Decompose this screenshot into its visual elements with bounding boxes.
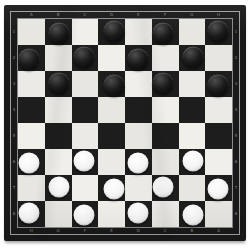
board-square[interactable] — [98, 97, 125, 123]
checker-piece-black[interactable] — [153, 73, 174, 94]
board-square[interactable] — [72, 149, 99, 175]
checker-piece-white[interactable] — [207, 179, 228, 200]
board-square[interactable] — [179, 123, 206, 149]
checker-piece-black[interactable] — [207, 75, 228, 96]
board-square[interactable] — [45, 175, 72, 201]
board-square[interactable] — [205, 71, 232, 97]
board-square[interactable] — [45, 201, 72, 227]
rank-label: 6 — [233, 149, 240, 175]
checker-piece-black[interactable] — [19, 49, 40, 70]
rank-label: 1 — [233, 19, 240, 45]
board-square[interactable] — [98, 201, 125, 227]
board-square[interactable] — [179, 149, 206, 175]
checker-piece-black[interactable] — [49, 23, 70, 44]
file-label: E — [98, 228, 125, 235]
board-square[interactable] — [72, 123, 99, 149]
rank-label: 5 — [11, 123, 18, 149]
checker-piece-white[interactable] — [73, 205, 94, 226]
board-square[interactable] — [98, 71, 125, 97]
rank-label: 2 — [233, 45, 240, 71]
checker-piece-white[interactable] — [73, 151, 94, 172]
file-label: F — [152, 12, 179, 19]
board-square[interactable] — [152, 97, 179, 123]
board-square[interactable] — [179, 175, 206, 201]
board-square[interactable] — [98, 45, 125, 71]
board-square[interactable] — [179, 97, 206, 123]
board-square[interactable] — [152, 19, 179, 45]
checkers-board — [18, 19, 232, 227]
file-labels-top: ABCDEFGH — [18, 12, 232, 19]
board-square[interactable] — [205, 123, 232, 149]
board-square[interactable] — [18, 97, 45, 123]
file-label: G — [179, 12, 206, 19]
board-square[interactable] — [125, 149, 152, 175]
board-square[interactable] — [18, 175, 45, 201]
checker-piece-white[interactable] — [128, 203, 149, 224]
board-square[interactable] — [125, 123, 152, 149]
board-square[interactable] — [205, 45, 232, 71]
rank-label: 1 — [11, 19, 18, 45]
checker-piece-black[interactable] — [207, 21, 228, 42]
board-square[interactable] — [98, 19, 125, 45]
board-square[interactable] — [45, 149, 72, 175]
file-label: G — [45, 228, 72, 235]
board-square[interactable] — [18, 71, 45, 97]
rank-label: 8 — [11, 201, 18, 227]
rank-label: 7 — [11, 175, 18, 201]
file-label: D — [98, 12, 125, 19]
checker-piece-white[interactable] — [103, 179, 124, 200]
board-square[interactable] — [72, 71, 99, 97]
board-square[interactable] — [98, 123, 125, 149]
file-label: B — [45, 12, 72, 19]
board-square[interactable] — [98, 175, 125, 201]
file-label: H — [18, 228, 45, 235]
board-square[interactable] — [72, 97, 99, 123]
file-label: F — [72, 228, 99, 235]
checker-piece-white[interactable] — [182, 151, 203, 172]
board-square[interactable] — [205, 175, 232, 201]
board-square[interactable] — [18, 201, 45, 227]
rank-label: 3 — [233, 71, 240, 97]
board-square[interactable] — [152, 123, 179, 149]
board-square[interactable] — [205, 97, 232, 123]
board-square[interactable] — [179, 45, 206, 71]
checker-piece-black[interactable] — [153, 23, 174, 44]
checker-piece-black[interactable] — [73, 47, 94, 68]
file-label: C — [152, 228, 179, 235]
rank-labels-left: 12345678 — [11, 19, 18, 227]
checker-piece-black[interactable] — [182, 47, 203, 68]
board-square[interactable] — [18, 123, 45, 149]
board-square[interactable] — [45, 45, 72, 71]
board-square[interactable] — [18, 19, 45, 45]
board-square[interactable] — [152, 45, 179, 71]
checker-piece-black[interactable] — [128, 49, 149, 70]
checkers-mat: ABCDEFGH HGFEDCBA 12345678 12345678 — [4, 5, 246, 241]
board-square[interactable] — [125, 19, 152, 45]
rank-label: 6 — [11, 149, 18, 175]
board-square[interactable] — [125, 97, 152, 123]
checker-piece-black[interactable] — [103, 75, 124, 96]
board-square[interactable] — [152, 71, 179, 97]
rank-label: 4 — [233, 97, 240, 123]
photo-background: ABCDEFGH HGFEDCBA 12345678 12345678 — [0, 0, 250, 250]
board-square[interactable] — [72, 45, 99, 71]
board-square[interactable] — [205, 19, 232, 45]
board-square[interactable] — [205, 201, 232, 227]
checker-piece-white[interactable] — [182, 205, 203, 226]
board-square[interactable] — [72, 201, 99, 227]
board-square[interactable] — [18, 45, 45, 71]
board-square[interactable] — [179, 19, 206, 45]
board-square[interactable] — [205, 149, 232, 175]
checker-piece-white[interactable] — [153, 177, 174, 198]
file-label: A — [205, 228, 232, 235]
board-square[interactable] — [152, 201, 179, 227]
checker-piece-black[interactable] — [49, 73, 70, 94]
board-square[interactable] — [152, 149, 179, 175]
board-square[interactable] — [179, 201, 206, 227]
board-square[interactable] — [45, 123, 72, 149]
file-label: A — [18, 12, 45, 19]
board-square[interactable] — [72, 175, 99, 201]
board-square[interactable] — [179, 71, 206, 97]
rank-label: 2 — [11, 45, 18, 71]
board-square[interactable] — [45, 19, 72, 45]
checker-piece-white[interactable] — [128, 153, 149, 174]
board-square[interactable] — [125, 71, 152, 97]
rank-label: 4 — [11, 97, 18, 123]
checker-piece-white[interactable] — [49, 177, 70, 198]
rank-label: 8 — [233, 201, 240, 227]
board-square[interactable] — [45, 97, 72, 123]
board-square[interactable] — [125, 201, 152, 227]
board-square[interactable] — [72, 19, 99, 45]
file-label: D — [125, 228, 152, 235]
file-label: B — [179, 228, 206, 235]
board-square[interactable] — [45, 71, 72, 97]
rank-label: 7 — [233, 175, 240, 201]
checker-piece-black[interactable] — [103, 21, 124, 42]
board-square[interactable] — [18, 149, 45, 175]
board-square[interactable] — [98, 149, 125, 175]
checker-piece-white[interactable] — [19, 203, 40, 224]
file-label: H — [205, 12, 232, 19]
board-square[interactable] — [152, 175, 179, 201]
rank-label: 3 — [11, 71, 18, 97]
board-square[interactable] — [125, 175, 152, 201]
board-square[interactable] — [125, 45, 152, 71]
file-label: E — [125, 12, 152, 19]
file-label: C — [72, 12, 99, 19]
file-labels-bottom: HGFEDCBA — [18, 228, 232, 235]
rank-label: 5 — [233, 123, 240, 149]
rank-labels-right: 12345678 — [233, 19, 240, 227]
checker-piece-white[interactable] — [19, 153, 40, 174]
